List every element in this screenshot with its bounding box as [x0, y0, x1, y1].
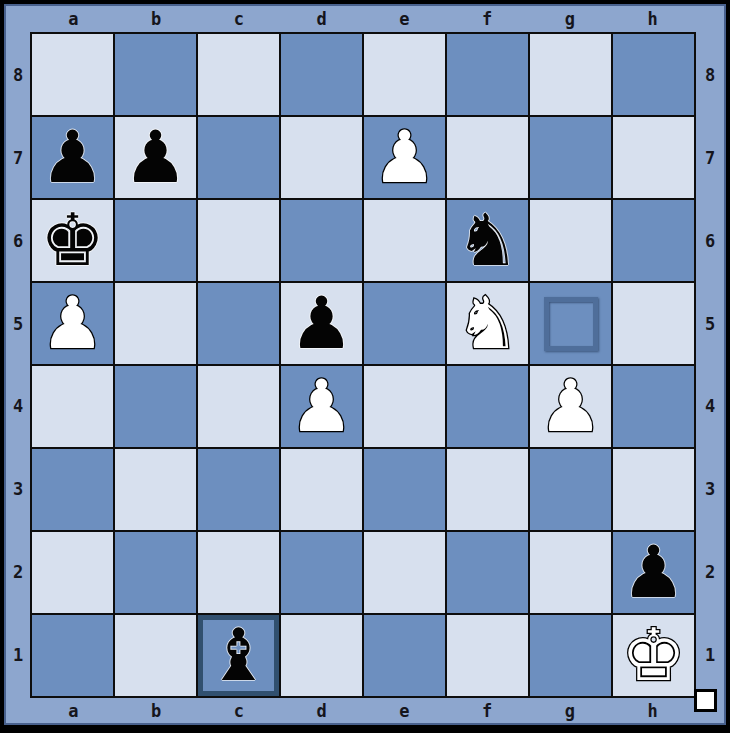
board-frame: a b c d e f g h 8 7 6 5 4 3 2 1 ♟♟♟♚♞♟♟♞… — [4, 4, 726, 725]
rank-label: 7 — [696, 117, 724, 200]
square-f7[interactable] — [447, 117, 528, 198]
rank-label: 4 — [696, 365, 724, 448]
rank-label: 6 — [6, 200, 30, 283]
rank-label: 2 — [696, 531, 724, 614]
piece-white-knight: ♞ — [455, 283, 520, 364]
square-c6[interactable] — [198, 200, 279, 281]
piece-black-knight: ♞ — [455, 200, 520, 281]
square-h6[interactable] — [613, 200, 694, 281]
square-b5[interactable] — [115, 283, 196, 364]
piece-black-pawn: ♟ — [123, 117, 188, 198]
file-label: c — [198, 698, 281, 723]
square-e2[interactable] — [364, 532, 445, 613]
square-d3[interactable] — [281, 449, 362, 530]
file-labels-top: a b c d e f g h — [30, 6, 696, 32]
piece-black-king: ♚ — [40, 200, 105, 281]
file-label: a — [32, 6, 115, 32]
square-h3[interactable] — [613, 449, 694, 530]
square-c3[interactable] — [198, 449, 279, 530]
file-label: d — [280, 6, 363, 32]
square-d6[interactable] — [281, 200, 362, 281]
square-h4[interactable] — [613, 366, 694, 447]
move-target-marker — [544, 297, 598, 351]
file-label: d — [280, 698, 363, 723]
square-f4[interactable] — [447, 366, 528, 447]
square-g4[interactable]: ♟ — [530, 366, 611, 447]
square-g8[interactable] — [530, 34, 611, 115]
square-d1[interactable] — [281, 615, 362, 696]
chess-board[interactable]: ♟♟♟♚♞♟♟♞♟♟♟♝♚ — [30, 32, 696, 698]
rank-label: 5 — [6, 282, 30, 365]
piece-white-king: ♚ — [621, 615, 686, 696]
square-h5[interactable] — [613, 283, 694, 364]
file-label: f — [446, 698, 529, 723]
square-e6[interactable] — [364, 200, 445, 281]
file-label: c — [198, 6, 281, 32]
square-e4[interactable] — [364, 366, 445, 447]
square-e5[interactable] — [364, 283, 445, 364]
square-b6[interactable] — [115, 200, 196, 281]
rank-label: 1 — [6, 613, 30, 696]
file-label: h — [611, 6, 694, 32]
file-label: b — [115, 6, 198, 32]
square-h7[interactable] — [613, 117, 694, 198]
square-f5[interactable]: ♞ — [447, 283, 528, 364]
square-b7[interactable]: ♟ — [115, 117, 196, 198]
square-a1[interactable] — [32, 615, 113, 696]
square-f8[interactable] — [447, 34, 528, 115]
file-label: g — [529, 6, 612, 32]
square-d2[interactable] — [281, 532, 362, 613]
chess-board-window: a b c d e f g h 8 7 6 5 4 3 2 1 ♟♟♟♚♞♟♟♞… — [0, 0, 730, 733]
rank-labels-right: 8 7 6 5 4 3 2 1 — [696, 32, 724, 698]
square-e3[interactable] — [364, 449, 445, 530]
square-g7[interactable] — [530, 117, 611, 198]
square-c8[interactable] — [198, 34, 279, 115]
rank-label: 2 — [6, 531, 30, 614]
square-a6[interactable]: ♚ — [32, 200, 113, 281]
square-a4[interactable] — [32, 366, 113, 447]
square-f2[interactable] — [447, 532, 528, 613]
rank-label: 3 — [6, 448, 30, 531]
square-g3[interactable] — [530, 449, 611, 530]
rank-label: 8 — [696, 34, 724, 117]
square-c2[interactable] — [198, 532, 279, 613]
square-b1[interactable] — [115, 615, 196, 696]
square-g5[interactable] — [530, 283, 611, 364]
square-f1[interactable] — [447, 615, 528, 696]
rank-labels-left: 8 7 6 5 4 3 2 1 — [6, 32, 30, 698]
square-g2[interactable] — [530, 532, 611, 613]
square-b8[interactable] — [115, 34, 196, 115]
rank-label: 4 — [6, 365, 30, 448]
square-e7[interactable]: ♟ — [364, 117, 445, 198]
rank-label: 5 — [696, 282, 724, 365]
square-h1[interactable]: ♚ — [613, 615, 694, 696]
square-c1[interactable]: ♝ — [198, 615, 279, 696]
white-to-move-indicator-icon — [694, 689, 717, 712]
square-a5[interactable]: ♟ — [32, 283, 113, 364]
piece-black-pawn: ♟ — [40, 117, 105, 198]
piece-black-bishop: ♝ — [206, 615, 271, 696]
square-a7[interactable]: ♟ — [32, 117, 113, 198]
square-a3[interactable] — [32, 449, 113, 530]
square-b2[interactable] — [115, 532, 196, 613]
square-d5[interactable]: ♟ — [281, 283, 362, 364]
square-f6[interactable]: ♞ — [447, 200, 528, 281]
file-label: a — [32, 698, 115, 723]
piece-black-pawn: ♟ — [289, 283, 354, 364]
square-b4[interactable] — [115, 366, 196, 447]
square-b3[interactable] — [115, 449, 196, 530]
square-a2[interactable] — [32, 532, 113, 613]
piece-white-pawn: ♟ — [40, 283, 105, 364]
file-label: g — [529, 698, 612, 723]
square-e1[interactable] — [364, 615, 445, 696]
square-c5[interactable] — [198, 283, 279, 364]
square-g6[interactable] — [530, 200, 611, 281]
file-label: e — [363, 698, 446, 723]
rank-label: 6 — [696, 200, 724, 283]
square-h8[interactable] — [613, 34, 694, 115]
square-g1[interactable] — [530, 615, 611, 696]
square-d8[interactable] — [281, 34, 362, 115]
square-d7[interactable] — [281, 117, 362, 198]
file-labels-bottom: a b c d e f g h — [30, 698, 696, 723]
rank-label: 7 — [6, 117, 30, 200]
square-f3[interactable] — [447, 449, 528, 530]
rank-label: 3 — [696, 448, 724, 531]
square-c7[interactable] — [198, 117, 279, 198]
file-label: f — [446, 6, 529, 32]
rank-label: 1 — [696, 613, 724, 696]
square-d4[interactable]: ♟ — [281, 366, 362, 447]
file-label: e — [363, 6, 446, 32]
piece-white-pawn: ♟ — [289, 366, 354, 447]
square-c4[interactable] — [198, 366, 279, 447]
square-a8[interactable] — [32, 34, 113, 115]
piece-white-pawn: ♟ — [538, 366, 603, 447]
file-label: b — [115, 698, 198, 723]
file-label: h — [611, 698, 694, 723]
square-h2[interactable]: ♟ — [613, 532, 694, 613]
piece-white-pawn: ♟ — [372, 117, 437, 198]
rank-label: 8 — [6, 34, 30, 117]
piece-black-pawn: ♟ — [621, 532, 686, 613]
square-e8[interactable] — [364, 34, 445, 115]
